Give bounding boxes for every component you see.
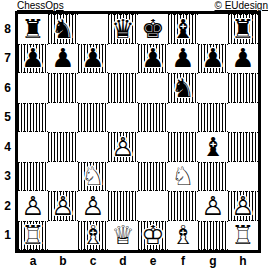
square-c1[interactable]: ♗ (78, 221, 108, 251)
square-a2[interactable]: ♙ (18, 191, 48, 221)
board-frame: ♜♞♛♚♝♜♟♟♟♟♟♟♟♞♙♝♘♘♙♙♙♙♙♖♗♕♔♗♖ (15, 11, 261, 253)
piece-black-pawn: ♟ (141, 45, 164, 71)
square-d7[interactable] (108, 44, 138, 74)
piece-white-knight: ♘ (81, 163, 104, 189)
rank-label-4: 4 (1, 132, 14, 162)
square-b1[interactable] (48, 221, 78, 251)
square-f1[interactable]: ♗ (168, 221, 198, 251)
piece-white-pawn: ♙ (231, 193, 254, 219)
square-f5[interactable] (168, 103, 198, 133)
square-b7[interactable]: ♟ (48, 44, 78, 74)
rank-label-6: 6 (1, 73, 14, 103)
square-h4[interactable] (228, 132, 258, 162)
square-a6[interactable] (18, 73, 48, 103)
square-a1[interactable]: ♖ (18, 221, 48, 251)
square-f8[interactable]: ♝ (168, 14, 198, 44)
piece-white-knight: ♘ (171, 163, 194, 189)
square-b2[interactable]: ♙ (48, 191, 78, 221)
square-g6[interactable] (198, 73, 228, 103)
square-e4[interactable] (138, 132, 168, 162)
piece-black-king: ♚ (141, 16, 164, 42)
square-h6[interactable] (228, 73, 258, 103)
rank-label-1: 1 (1, 221, 14, 251)
rank-label-2: 2 (1, 191, 14, 221)
piece-white-pawn: ♙ (81, 193, 104, 219)
square-c8[interactable] (78, 14, 108, 44)
square-a5[interactable] (18, 103, 48, 133)
square-b3[interactable] (48, 162, 78, 192)
piece-white-rook: ♖ (231, 222, 254, 248)
piece-white-pawn: ♙ (111, 134, 134, 160)
square-g1[interactable] (198, 221, 228, 251)
rank-label-8: 8 (1, 14, 14, 44)
square-g8[interactable] (198, 14, 228, 44)
chess-diagram: ChessOps © EUdesign 8 7 6 5 4 3 2 1 ♜♞♛♚… (0, 0, 270, 270)
square-b4[interactable] (48, 132, 78, 162)
piece-white-pawn: ♙ (201, 193, 224, 219)
file-label-d: d (108, 254, 138, 268)
square-e8[interactable]: ♚ (138, 14, 168, 44)
square-h5[interactable] (228, 103, 258, 133)
square-d6[interactable] (108, 73, 138, 103)
square-h3[interactable] (228, 162, 258, 192)
piece-black-bishop: ♝ (201, 134, 224, 160)
square-b8[interactable]: ♞ (48, 14, 78, 44)
square-g5[interactable] (198, 103, 228, 133)
square-h7[interactable]: ♟ (228, 44, 258, 74)
square-c3[interactable]: ♘ (78, 162, 108, 192)
square-c4[interactable] (78, 132, 108, 162)
square-e5[interactable] (138, 103, 168, 133)
piece-black-pawn: ♟ (231, 45, 254, 71)
piece-black-knight: ♞ (51, 16, 74, 42)
square-d2[interactable] (108, 191, 138, 221)
file-label-h: h (228, 254, 258, 268)
square-g7[interactable]: ♟ (198, 44, 228, 74)
file-label-c: c (78, 254, 108, 268)
square-g4[interactable]: ♝ (198, 132, 228, 162)
piece-black-pawn: ♟ (171, 45, 194, 71)
square-d3[interactable] (108, 162, 138, 192)
square-d4[interactable]: ♙ (108, 132, 138, 162)
square-e6[interactable] (138, 73, 168, 103)
file-label-e: e (138, 254, 168, 268)
piece-white-rook: ♖ (21, 222, 44, 248)
rank-label-5: 5 (1, 103, 14, 133)
rank-labels: 8 7 6 5 4 3 2 1 (1, 14, 14, 250)
file-label-g: g (198, 254, 228, 268)
square-g2[interactable]: ♙ (198, 191, 228, 221)
square-e1[interactable]: ♔ (138, 221, 168, 251)
square-f4[interactable] (168, 132, 198, 162)
square-e2[interactable] (138, 191, 168, 221)
square-e3[interactable] (138, 162, 168, 192)
piece-white-bishop: ♗ (81, 222, 104, 248)
square-a4[interactable] (18, 132, 48, 162)
square-h2[interactable]: ♙ (228, 191, 258, 221)
piece-white-queen: ♕ (111, 222, 134, 248)
square-f7[interactable]: ♟ (168, 44, 198, 74)
file-label-a: a (18, 254, 48, 268)
piece-white-bishop: ♗ (171, 222, 194, 248)
square-c7[interactable]: ♟ (78, 44, 108, 74)
square-a3[interactable] (18, 162, 48, 192)
square-d5[interactable] (108, 103, 138, 133)
piece-black-pawn: ♟ (21, 45, 44, 71)
piece-black-bishop: ♝ (171, 16, 194, 42)
square-f2[interactable] (168, 191, 198, 221)
square-c6[interactable] (78, 73, 108, 103)
piece-black-rook: ♜ (231, 16, 254, 42)
square-a8[interactable]: ♜ (18, 14, 48, 44)
square-d1[interactable]: ♕ (108, 221, 138, 251)
file-labels: a b c d e f g h (18, 254, 258, 268)
rank-label-3: 3 (1, 162, 14, 192)
piece-black-knight: ♞ (171, 75, 194, 101)
chess-board: ♜♞♛♚♝♜♟♟♟♟♟♟♟♞♙♝♘♘♙♙♙♙♙♖♗♕♔♗♖ (18, 14, 258, 250)
piece-black-pawn: ♟ (81, 45, 104, 71)
piece-black-rook: ♜ (21, 16, 44, 42)
square-h1[interactable]: ♖ (228, 221, 258, 251)
file-label-b: b (48, 254, 78, 268)
piece-white-pawn: ♙ (21, 193, 44, 219)
piece-black-queen: ♛ (111, 16, 134, 42)
square-f6[interactable]: ♞ (168, 73, 198, 103)
square-h8[interactable]: ♜ (228, 14, 258, 44)
piece-white-king: ♔ (141, 222, 164, 248)
square-b6[interactable] (48, 73, 78, 103)
file-label-f: f (168, 254, 198, 268)
piece-white-pawn: ♙ (51, 193, 74, 219)
square-e7[interactable]: ♟ (138, 44, 168, 74)
piece-black-pawn: ♟ (51, 45, 74, 71)
square-d8[interactable]: ♛ (108, 14, 138, 44)
piece-black-pawn: ♟ (201, 45, 224, 71)
square-b5[interactable] (48, 103, 78, 133)
square-a7[interactable]: ♟ (18, 44, 48, 74)
rank-label-7: 7 (1, 44, 14, 74)
square-c2[interactable]: ♙ (78, 191, 108, 221)
square-g3[interactable] (198, 162, 228, 192)
square-c5[interactable] (78, 103, 108, 133)
square-f3[interactable]: ♘ (168, 162, 198, 192)
